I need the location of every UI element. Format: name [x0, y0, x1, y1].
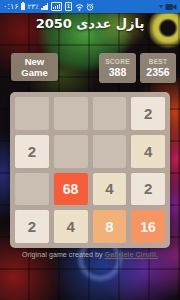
- battery-percent: ۲۳٪: [28, 3, 39, 11]
- phone-screen: ۰:۱۶ ۲۳٪ 1 پازل عددی: [0, 0, 180, 300]
- tile-2: 2: [15, 210, 49, 243]
- battery-icon: [21, 3, 25, 10]
- status-bar: ۰:۱۶ ۲۳٪ 1: [0, 0, 180, 13]
- tile-2: 2: [131, 97, 165, 130]
- best-box: BEST 2356: [140, 53, 176, 83]
- board-cell-empty: [15, 97, 49, 130]
- tile-68: 68: [54, 173, 88, 206]
- score-box: SCORE 388: [99, 53, 136, 83]
- tile-4: 4: [93, 173, 127, 206]
- board-cell-empty: [93, 97, 127, 130]
- game-board[interactable]: 224684224816: [10, 92, 170, 248]
- status-time: ۰:۱۶: [3, 2, 19, 11]
- new-game-button[interactable]: New Game: [11, 53, 58, 81]
- best-label: BEST: [149, 58, 168, 66]
- board-cell-empty: [54, 135, 88, 168]
- tile-2: 2: [131, 173, 165, 206]
- attribution-text: Original game created by: [22, 251, 105, 258]
- tile-4: 4: [131, 135, 165, 168]
- tile-16: 16: [131, 210, 165, 243]
- board-cell-empty: [15, 173, 49, 206]
- best-value: 2356: [146, 66, 169, 78]
- app-title: پازل عددی 2050: [0, 16, 180, 31]
- board-cell-empty: [93, 135, 127, 168]
- attribution: Original game created by Gabriele Cirull…: [0, 251, 180, 258]
- status-bar-right: [159, 3, 178, 11]
- sim-badge: 1: [65, 2, 73, 11]
- alarm-clock-icon: [86, 3, 94, 11]
- score-value: 388: [109, 66, 127, 78]
- score-label: SCORE: [105, 58, 130, 66]
- wifi-icon: [75, 3, 84, 11]
- signal-bars-boxed-icon: [51, 2, 62, 11]
- attribution-link[interactable]: Gabriele Cirulli.: [105, 251, 158, 258]
- signal-bars-icon: [41, 3, 48, 10]
- caret-icon: [159, 5, 163, 8]
- board-cell-empty: [54, 97, 88, 130]
- tile-8: 8: [93, 210, 127, 243]
- tile-4: 4: [54, 210, 88, 243]
- status-bar-left: ۰:۱۶ ۲۳٪ 1: [3, 2, 94, 11]
- tile-2: 2: [15, 135, 49, 168]
- camcorder-icon: [165, 3, 177, 11]
